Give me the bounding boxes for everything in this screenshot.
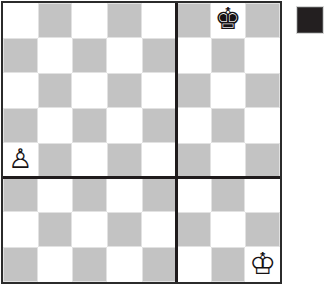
- square-e6[interactable]: [142, 73, 177, 108]
- square-d6[interactable]: [107, 73, 142, 108]
- square-g4[interactable]: [211, 143, 246, 178]
- square-b6[interactable]: [38, 73, 73, 108]
- square-b3[interactable]: [38, 177, 73, 212]
- square-e5[interactable]: [142, 108, 177, 143]
- square-f7[interactable]: [176, 38, 211, 73]
- square-d8[interactable]: [107, 3, 142, 38]
- square-c2[interactable]: [72, 212, 107, 247]
- square-b5[interactable]: [38, 108, 73, 143]
- square-c8[interactable]: [72, 3, 107, 38]
- square-a4[interactable]: ♙: [3, 143, 38, 178]
- black-to-move-indicator: [297, 7, 323, 33]
- square-g7[interactable]: [211, 38, 246, 73]
- square-g6[interactable]: [211, 73, 246, 108]
- square-g5[interactable]: [211, 108, 246, 143]
- square-b4[interactable]: [38, 143, 73, 178]
- square-h4[interactable]: [245, 143, 280, 178]
- chess-diagram: ♚♙♔: [0, 0, 324, 285]
- chess-board: ♚♙♔: [1, 1, 282, 284]
- piece-white-pawn[interactable]: ♙: [8, 145, 32, 172]
- square-h3[interactable]: [245, 177, 280, 212]
- square-a3[interactable]: [3, 177, 38, 212]
- square-f2[interactable]: [176, 212, 211, 247]
- square-c7[interactable]: [72, 38, 107, 73]
- square-g8[interactable]: ♚: [211, 3, 246, 38]
- piece-black-king[interactable]: ♚: [215, 4, 242, 34]
- square-d7[interactable]: [107, 38, 142, 73]
- square-d1[interactable]: [107, 247, 142, 282]
- square-e7[interactable]: [142, 38, 177, 73]
- square-e2[interactable]: [142, 212, 177, 247]
- square-e8[interactable]: [142, 3, 177, 38]
- square-h5[interactable]: [245, 108, 280, 143]
- square-h2[interactable]: [245, 212, 280, 247]
- square-c4[interactable]: [72, 143, 107, 178]
- square-g3[interactable]: [211, 177, 246, 212]
- square-f6[interactable]: [176, 73, 211, 108]
- square-rule-vertical-line: [175, 3, 178, 282]
- square-d5[interactable]: [107, 108, 142, 143]
- square-f8[interactable]: [176, 3, 211, 38]
- square-e1[interactable]: [142, 247, 177, 282]
- square-d3[interactable]: [107, 177, 142, 212]
- square-a7[interactable]: [3, 38, 38, 73]
- square-a8[interactable]: [3, 3, 38, 38]
- square-a6[interactable]: [3, 73, 38, 108]
- square-f3[interactable]: [176, 177, 211, 212]
- square-h6[interactable]: [245, 73, 280, 108]
- square-b7[interactable]: [38, 38, 73, 73]
- square-f4[interactable]: [176, 143, 211, 178]
- square-g1[interactable]: [211, 247, 246, 282]
- square-h1[interactable]: ♔: [245, 247, 280, 282]
- square-b2[interactable]: [38, 212, 73, 247]
- square-c6[interactable]: [72, 73, 107, 108]
- square-e4[interactable]: [142, 143, 177, 178]
- square-c5[interactable]: [72, 108, 107, 143]
- square-a1[interactable]: [3, 247, 38, 282]
- piece-white-king[interactable]: ♔: [249, 249, 276, 279]
- square-d2[interactable]: [107, 212, 142, 247]
- square-a5[interactable]: [3, 108, 38, 143]
- square-b1[interactable]: [38, 247, 73, 282]
- square-h8[interactable]: [245, 3, 280, 38]
- square-f5[interactable]: [176, 108, 211, 143]
- square-c1[interactable]: [72, 247, 107, 282]
- square-rule-horizontal-line: [3, 176, 280, 179]
- square-f1[interactable]: [176, 247, 211, 282]
- square-b8[interactable]: [38, 3, 73, 38]
- square-c3[interactable]: [72, 177, 107, 212]
- square-e3[interactable]: [142, 177, 177, 212]
- square-h7[interactable]: [245, 38, 280, 73]
- square-a2[interactable]: [3, 212, 38, 247]
- square-d4[interactable]: [107, 143, 142, 178]
- square-g2[interactable]: [211, 212, 246, 247]
